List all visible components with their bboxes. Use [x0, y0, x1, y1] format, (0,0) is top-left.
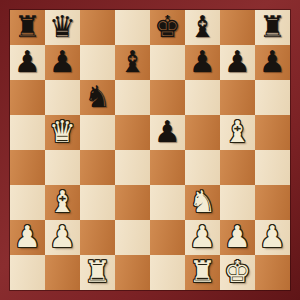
piece-black-pawn[interactable]: ♟	[189, 44, 216, 79]
square-g3[interactable]	[220, 185, 255, 220]
square-b2[interactable]: ♟	[45, 220, 80, 255]
square-f8[interactable]: ♝	[185, 10, 220, 45]
square-b1[interactable]	[45, 255, 80, 290]
square-c6[interactable]: ♞	[80, 80, 115, 115]
piece-black-pawn[interactable]: ♟	[224, 44, 251, 79]
square-a2[interactable]: ♟	[10, 220, 45, 255]
square-f7[interactable]: ♟	[185, 45, 220, 80]
square-e6[interactable]	[150, 80, 185, 115]
piece-black-rook[interactable]: ♜	[259, 9, 286, 44]
piece-white-pawn[interactable]: ♟	[224, 219, 251, 254]
square-d1[interactable]	[115, 255, 150, 290]
square-c5[interactable]	[80, 115, 115, 150]
square-e4[interactable]	[150, 150, 185, 185]
square-e2[interactable]	[150, 220, 185, 255]
square-a3[interactable]	[10, 185, 45, 220]
square-h3[interactable]	[255, 185, 290, 220]
square-d4[interactable]	[115, 150, 150, 185]
piece-white-king[interactable]: ♚	[224, 254, 251, 289]
square-g7[interactable]: ♟	[220, 45, 255, 80]
piece-white-bishop[interactable]: ♝	[49, 184, 76, 219]
square-g5[interactable]: ♝	[220, 115, 255, 150]
piece-white-pawn[interactable]: ♟	[49, 219, 76, 254]
square-a6[interactable]	[10, 80, 45, 115]
square-d3[interactable]	[115, 185, 150, 220]
square-a7[interactable]: ♟	[10, 45, 45, 80]
square-c2[interactable]	[80, 220, 115, 255]
chess-board: ♜♛♚♝♜♟♟♝♟♟♟♞♛♟♝♝♞♟♟♟♟♟♜♜♚	[10, 10, 290, 290]
piece-white-rook[interactable]: ♜	[84, 254, 111, 289]
square-h5[interactable]	[255, 115, 290, 150]
square-f2[interactable]: ♟	[185, 220, 220, 255]
square-f6[interactable]	[185, 80, 220, 115]
square-e3[interactable]	[150, 185, 185, 220]
square-f3[interactable]: ♞	[185, 185, 220, 220]
piece-black-bishop[interactable]: ♝	[189, 9, 216, 44]
square-c4[interactable]	[80, 150, 115, 185]
square-c8[interactable]	[80, 10, 115, 45]
square-b6[interactable]	[45, 80, 80, 115]
square-e8[interactable]: ♚	[150, 10, 185, 45]
square-a1[interactable]	[10, 255, 45, 290]
piece-white-rook[interactable]: ♜	[189, 254, 216, 289]
square-b4[interactable]	[45, 150, 80, 185]
piece-black-knight[interactable]: ♞	[84, 79, 111, 114]
square-f1[interactable]: ♜	[185, 255, 220, 290]
piece-black-queen[interactable]: ♛	[49, 9, 76, 44]
piece-black-pawn[interactable]: ♟	[49, 44, 76, 79]
square-d8[interactable]	[115, 10, 150, 45]
square-f4[interactable]	[185, 150, 220, 185]
square-g8[interactable]	[220, 10, 255, 45]
square-h4[interactable]	[255, 150, 290, 185]
square-b8[interactable]: ♛	[45, 10, 80, 45]
square-g2[interactable]: ♟	[220, 220, 255, 255]
piece-white-bishop[interactable]: ♝	[224, 114, 251, 149]
square-c1[interactable]: ♜	[80, 255, 115, 290]
piece-white-pawn[interactable]: ♟	[189, 219, 216, 254]
square-c3[interactable]	[80, 185, 115, 220]
square-h2[interactable]: ♟	[255, 220, 290, 255]
square-h6[interactable]	[255, 80, 290, 115]
piece-white-queen[interactable]: ♛	[49, 114, 76, 149]
square-b7[interactable]: ♟	[45, 45, 80, 80]
piece-white-pawn[interactable]: ♟	[14, 219, 41, 254]
square-d5[interactable]	[115, 115, 150, 150]
square-h8[interactable]: ♜	[255, 10, 290, 45]
square-g4[interactable]	[220, 150, 255, 185]
square-e1[interactable]	[150, 255, 185, 290]
square-c7[interactable]	[80, 45, 115, 80]
square-e5[interactable]: ♟	[150, 115, 185, 150]
square-d7[interactable]: ♝	[115, 45, 150, 80]
piece-black-king[interactable]: ♚	[154, 9, 181, 44]
piece-black-rook[interactable]: ♜	[14, 9, 41, 44]
square-b5[interactable]: ♛	[45, 115, 80, 150]
square-h7[interactable]: ♟	[255, 45, 290, 80]
board-frame: ♜♛♚♝♜♟♟♝♟♟♟♞♛♟♝♝♞♟♟♟♟♟♜♜♚	[0, 0, 300, 300]
piece-black-pawn[interactable]: ♟	[154, 114, 181, 149]
piece-black-pawn[interactable]: ♟	[14, 44, 41, 79]
square-e7[interactable]	[150, 45, 185, 80]
piece-white-pawn[interactable]: ♟	[259, 219, 286, 254]
square-g6[interactable]	[220, 80, 255, 115]
square-a4[interactable]	[10, 150, 45, 185]
square-a5[interactable]	[10, 115, 45, 150]
square-d6[interactable]	[115, 80, 150, 115]
square-a8[interactable]: ♜	[10, 10, 45, 45]
square-d2[interactable]	[115, 220, 150, 255]
square-h1[interactable]	[255, 255, 290, 290]
piece-black-bishop[interactable]: ♝	[119, 44, 146, 79]
square-f5[interactable]	[185, 115, 220, 150]
piece-black-pawn[interactable]: ♟	[259, 44, 286, 79]
piece-white-knight[interactable]: ♞	[189, 184, 216, 219]
square-b3[interactable]: ♝	[45, 185, 80, 220]
square-g1[interactable]: ♚	[220, 255, 255, 290]
